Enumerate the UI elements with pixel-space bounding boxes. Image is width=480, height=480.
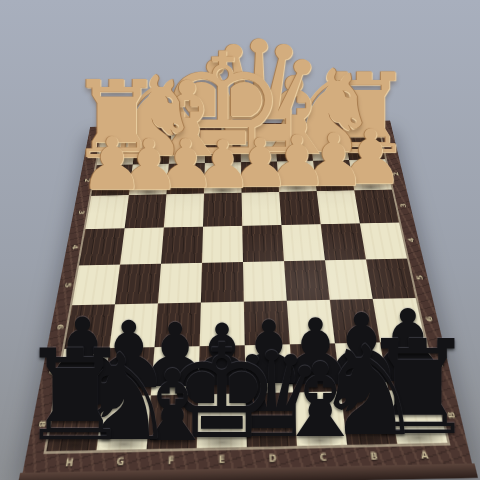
square-g5 <box>115 264 161 305</box>
square-b4 <box>321 223 366 260</box>
square-e1 <box>205 134 241 163</box>
square-c6 <box>287 300 335 344</box>
rank-label-right-7: 7 <box>414 355 465 375</box>
square-e6 <box>200 302 245 347</box>
square-d4 <box>242 225 284 262</box>
square-b5 <box>325 259 373 299</box>
rank-label-right-3: 3 <box>382 199 423 213</box>
square-g2 <box>129 164 169 195</box>
square-g8 <box>96 395 150 450</box>
square-c3 <box>279 191 321 225</box>
rank-label-left-2: 2 <box>67 174 106 187</box>
square-c1 <box>275 133 313 162</box>
square-d1 <box>240 133 277 162</box>
file-label-bottom-A: A <box>397 443 452 467</box>
square-g3 <box>125 194 167 228</box>
square-b2 <box>313 160 354 191</box>
square-d7 <box>245 344 293 393</box>
square-f8 <box>147 394 199 449</box>
square-c5 <box>284 260 330 300</box>
rank-label-left-5: 5 <box>45 277 90 293</box>
square-f4 <box>161 227 203 264</box>
rank-label-left-6: 6 <box>36 318 83 336</box>
board-coordinates: HGFEDCBAHGFEDCBA1234567812345678 <box>90 121 390 127</box>
square-d2 <box>241 161 279 192</box>
square-g7 <box>103 347 154 396</box>
square-g4 <box>120 227 164 264</box>
square-d6 <box>244 301 290 345</box>
square-e4 <box>202 226 243 263</box>
file-label-top-C: C <box>274 122 309 133</box>
square-d3 <box>242 192 282 226</box>
file-label-bottom-E: E <box>196 447 247 471</box>
rank-label-right-1: 1 <box>370 139 408 151</box>
square-b1 <box>310 132 349 161</box>
file-label-bottom-G: G <box>94 449 147 473</box>
square-f7 <box>151 346 200 395</box>
square-b6 <box>330 299 380 343</box>
rank-label-right-2: 2 <box>376 168 416 181</box>
square-f2 <box>166 163 204 194</box>
chess-photo-scene: HGFEDCBAHGFEDCBA1234567812345678 ♜♞♝♛♚♝♞… <box>0 0 480 480</box>
square-d8 <box>246 392 297 447</box>
square-b3 <box>317 190 360 224</box>
file-label-bottom-D: D <box>247 446 299 470</box>
rank-label-left-1: 1 <box>73 145 110 157</box>
file-label-top-H: H <box>102 126 138 137</box>
square-f5 <box>158 263 202 304</box>
file-label-top-A: A <box>343 121 379 132</box>
square-f1 <box>169 135 206 164</box>
square-e8 <box>197 393 247 448</box>
square-e2 <box>204 162 242 193</box>
chess-board: HGFEDCBAHGFEDCBA1234567812345678 <box>22 121 472 475</box>
square-d5 <box>243 261 287 301</box>
file-label-bottom-C: C <box>297 445 350 469</box>
rank-label-left-8: 8 <box>15 413 68 435</box>
square-f6 <box>155 303 201 348</box>
square-c2 <box>277 161 317 192</box>
square-f3 <box>164 193 204 227</box>
square-e5 <box>201 262 244 303</box>
rank-label-left-7: 7 <box>26 363 76 383</box>
square-e3 <box>203 193 242 227</box>
rank-label-right-8: 8 <box>424 404 478 426</box>
file-label-top-B: B <box>308 122 344 133</box>
file-label-top-D: D <box>240 123 275 134</box>
rank-label-right-6: 6 <box>405 310 453 328</box>
square-g1 <box>133 136 171 165</box>
square-c4 <box>281 224 325 261</box>
square-c8 <box>293 391 347 446</box>
rank-label-right-5: 5 <box>397 270 442 286</box>
file-label-top-F: F <box>171 124 206 135</box>
file-label-bottom-F: F <box>145 448 197 472</box>
file-label-top-E: E <box>206 124 241 135</box>
file-label-bottom-H: H <box>42 450 96 474</box>
square-b7 <box>335 342 388 391</box>
square-c7 <box>290 343 341 392</box>
file-label-bottom-B: B <box>347 444 401 468</box>
square-e7 <box>198 345 245 394</box>
file-label-top-G: G <box>136 125 171 136</box>
square-g6 <box>109 303 158 348</box>
rank-label-left-4: 4 <box>53 240 96 255</box>
rank-label-left-3: 3 <box>60 205 101 219</box>
rank-label-right-4: 4 <box>389 233 432 248</box>
